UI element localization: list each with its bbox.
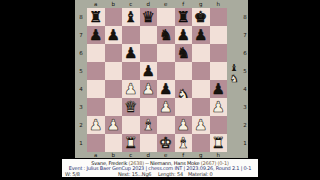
captured-black-bishop-icon: ♝ bbox=[227, 63, 241, 73]
white-pawn-e3[interactable]: ♟ bbox=[159, 100, 172, 115]
rank-label-right-7: 7 bbox=[241, 32, 249, 38]
square-b5[interactable] bbox=[105, 62, 123, 80]
square-c8[interactable]: ♝ bbox=[122, 8, 140, 26]
white-queen-c3[interactable]: ♛ bbox=[124, 100, 137, 115]
square-a7[interactable]: ♟ bbox=[87, 26, 105, 44]
white-king-e1[interactable]: ♚ bbox=[159, 136, 172, 151]
rank-label-left-7: 7 bbox=[77, 32, 85, 38]
square-f4[interactable]: ♞ bbox=[175, 80, 193, 98]
file-label-top-d: d bbox=[144, 1, 152, 7]
black-knight-f6[interactable]: ♞ bbox=[177, 46, 190, 61]
square-c3[interactable]: ♛ bbox=[122, 98, 140, 116]
rank-label-left-5: 5 bbox=[77, 68, 85, 74]
square-c4[interactable]: ♟ bbox=[122, 80, 140, 98]
rank-label-right-5: 5 bbox=[241, 68, 249, 74]
rank-label-right-3: 3 bbox=[241, 104, 249, 110]
black-knight-e7[interactable]: ♞ bbox=[159, 28, 172, 43]
square-a2[interactable]: ♟ bbox=[87, 116, 105, 134]
white-pawn-a2[interactable]: ♟ bbox=[89, 118, 102, 133]
square-c1[interactable]: ♜ bbox=[122, 134, 140, 152]
square-f8[interactable]: ♜ bbox=[175, 8, 193, 26]
square-f7[interactable]: ♟ bbox=[175, 26, 193, 44]
white-pawn-d4[interactable]: ♟ bbox=[142, 82, 155, 97]
next-move-indicator: Next: 15...Ng6 bbox=[118, 171, 151, 177]
square-d8[interactable]: ♛ bbox=[140, 8, 158, 26]
square-d4[interactable]: ♟ bbox=[140, 80, 158, 98]
square-g2[interactable]: ♟ bbox=[192, 116, 210, 134]
square-e1[interactable]: ♚ bbox=[157, 134, 175, 152]
file-label-bottom-f: f bbox=[179, 152, 187, 158]
white-bishop-d2[interactable]: ♝ bbox=[142, 118, 155, 133]
file-label-bottom-d: d bbox=[144, 152, 152, 158]
file-label-top-g: g bbox=[197, 1, 205, 7]
white-pawn-h3[interactable]: ♟ bbox=[212, 100, 225, 115]
square-c2[interactable] bbox=[122, 116, 140, 134]
square-f6[interactable]: ♞ bbox=[175, 44, 193, 62]
square-b7[interactable]: ♟ bbox=[105, 26, 123, 44]
black-rook-a8[interactable]: ♜ bbox=[89, 10, 102, 25]
square-h7[interactable] bbox=[210, 26, 228, 44]
chess-board-frame: ♜♝♛♜♚♟♟♞♟♟♟♞♟♟♟♟♞♟♛♟♟♟♟♝♟♟♜♚♝♜ aabbccdde… bbox=[75, 0, 248, 158]
black-pawn-h4[interactable]: ♟ bbox=[212, 82, 225, 97]
rank-label-left-3: 3 bbox=[77, 104, 85, 110]
square-c6[interactable]: ♟ bbox=[122, 44, 140, 62]
square-h3[interactable]: ♟ bbox=[210, 98, 228, 116]
square-h6[interactable] bbox=[210, 44, 228, 62]
file-label-bottom-h: h bbox=[214, 152, 222, 158]
rank-label-left-4: 4 bbox=[77, 86, 85, 92]
square-d6[interactable] bbox=[140, 44, 158, 62]
square-h1[interactable]: ♜ bbox=[210, 134, 228, 152]
square-a5[interactable] bbox=[87, 62, 105, 80]
square-e4[interactable]: ♟ bbox=[157, 80, 175, 98]
black-pawn-a7[interactable]: ♟ bbox=[89, 28, 102, 43]
black-pawn-d5[interactable]: ♟ bbox=[142, 64, 155, 79]
square-f1[interactable]: ♝ bbox=[175, 134, 193, 152]
square-d7[interactable] bbox=[140, 26, 158, 44]
material-indicator: Material: 0 bbox=[188, 171, 213, 177]
file-label-top-h: h bbox=[214, 1, 222, 7]
black-bishop-c8[interactable]: ♝ bbox=[124, 10, 137, 25]
white-pawn-f2[interactable]: ♟ bbox=[177, 118, 190, 133]
square-a4[interactable] bbox=[87, 80, 105, 98]
square-f2[interactable]: ♟ bbox=[175, 116, 193, 134]
black-king-g8[interactable]: ♚ bbox=[194, 10, 207, 25]
file-label-top-f: f bbox=[179, 1, 187, 7]
square-h2[interactable] bbox=[210, 116, 228, 134]
white-pawn-b2[interactable]: ♟ bbox=[107, 118, 120, 133]
square-e7[interactable]: ♞ bbox=[157, 26, 175, 44]
white-pawn-g2[interactable]: ♟ bbox=[194, 118, 207, 133]
rank-label-left-8: 8 bbox=[77, 14, 85, 20]
file-label-bottom-c: c bbox=[127, 152, 135, 158]
black-pawn-e4[interactable]: ♟ bbox=[159, 82, 172, 97]
square-h8[interactable] bbox=[210, 8, 228, 26]
square-b3[interactable] bbox=[105, 98, 123, 116]
square-d1[interactable] bbox=[140, 134, 158, 152]
white-rook-c1[interactable]: ♜ bbox=[124, 136, 137, 151]
square-e3[interactable]: ♟ bbox=[157, 98, 175, 116]
square-e5[interactable] bbox=[157, 62, 175, 80]
file-label-top-a: a bbox=[92, 1, 100, 7]
square-a8[interactable]: ♜ bbox=[87, 8, 105, 26]
chess-board: ♜♝♛♜♚♟♟♞♟♟♟♞♟♟♟♟♞♟♛♟♟♟♟♝♟♟♜♚♝♜ bbox=[87, 8, 227, 152]
square-f3[interactable] bbox=[175, 98, 193, 116]
square-g5[interactable] bbox=[192, 62, 210, 80]
square-g6[interactable] bbox=[192, 44, 210, 62]
black-pawn-g7[interactable]: ♟ bbox=[194, 28, 207, 43]
progress-indicator: W: 5/8 bbox=[65, 171, 80, 177]
square-h5[interactable] bbox=[210, 62, 228, 80]
square-a6[interactable] bbox=[87, 44, 105, 62]
square-d3[interactable] bbox=[140, 98, 158, 116]
square-b6[interactable] bbox=[105, 44, 123, 62]
file-label-bottom-e: e bbox=[162, 152, 170, 158]
square-b4[interactable] bbox=[105, 80, 123, 98]
rank-label-left-1: 1 bbox=[77, 140, 85, 146]
square-b1[interactable] bbox=[105, 134, 123, 152]
rank-label-left-2: 2 bbox=[77, 122, 85, 128]
rank-label-right-8: 8 bbox=[241, 14, 249, 20]
file-label-bottom-a: a bbox=[92, 152, 100, 158]
white-rook-h1[interactable]: ♜ bbox=[212, 136, 225, 151]
square-d2[interactable]: ♝ bbox=[140, 116, 158, 134]
black-pawn-c6[interactable]: ♟ bbox=[124, 46, 137, 61]
square-c5[interactable] bbox=[122, 62, 140, 80]
white-pawn-c4[interactable]: ♟ bbox=[124, 82, 137, 97]
black-pawn-f7[interactable]: ♟ bbox=[177, 28, 190, 43]
square-g3[interactable] bbox=[192, 98, 210, 116]
file-label-bottom-g: g bbox=[197, 152, 205, 158]
square-b2[interactable]: ♟ bbox=[105, 116, 123, 134]
game-info-caption: Svane, Frederik (2638) -- Niemann, Hans … bbox=[62, 159, 258, 177]
rank-label-right-1: 1 bbox=[241, 140, 249, 146]
white-bishop-f1[interactable]: ♝ bbox=[177, 136, 190, 151]
square-a1[interactable] bbox=[87, 134, 105, 152]
square-g1[interactable] bbox=[192, 134, 210, 152]
square-h4[interactable]: ♟ bbox=[210, 80, 228, 98]
square-e8[interactable] bbox=[157, 8, 175, 26]
square-d5[interactable]: ♟ bbox=[140, 62, 158, 80]
file-label-bottom-b: b bbox=[109, 152, 117, 158]
black-rook-f8[interactable]: ♜ bbox=[177, 10, 190, 25]
square-g7[interactable]: ♟ bbox=[192, 26, 210, 44]
square-f5[interactable] bbox=[175, 62, 193, 80]
square-g4[interactable] bbox=[192, 80, 210, 98]
square-a3[interactable] bbox=[87, 98, 105, 116]
square-b8[interactable] bbox=[105, 8, 123, 26]
captured-white-knight-icon: ♞ bbox=[227, 74, 241, 84]
rank-label-left-6: 6 bbox=[77, 50, 85, 56]
black-queen-d8[interactable]: ♛ bbox=[142, 10, 155, 25]
rank-label-right-4: 4 bbox=[241, 86, 249, 92]
square-c7[interactable] bbox=[122, 26, 140, 44]
square-g8[interactable]: ♚ bbox=[192, 8, 210, 26]
square-e6[interactable] bbox=[157, 44, 175, 62]
file-label-top-e: e bbox=[162, 1, 170, 7]
rank-label-right-6: 6 bbox=[241, 50, 249, 56]
square-e2[interactable] bbox=[157, 116, 175, 134]
game-length-indicator: Length: 54 bbox=[158, 171, 183, 177]
file-label-top-c: c bbox=[127, 1, 135, 7]
rank-label-right-2: 2 bbox=[241, 122, 249, 128]
file-label-top-b: b bbox=[109, 1, 117, 7]
black-pawn-b7[interactable]: ♟ bbox=[107, 28, 120, 43]
